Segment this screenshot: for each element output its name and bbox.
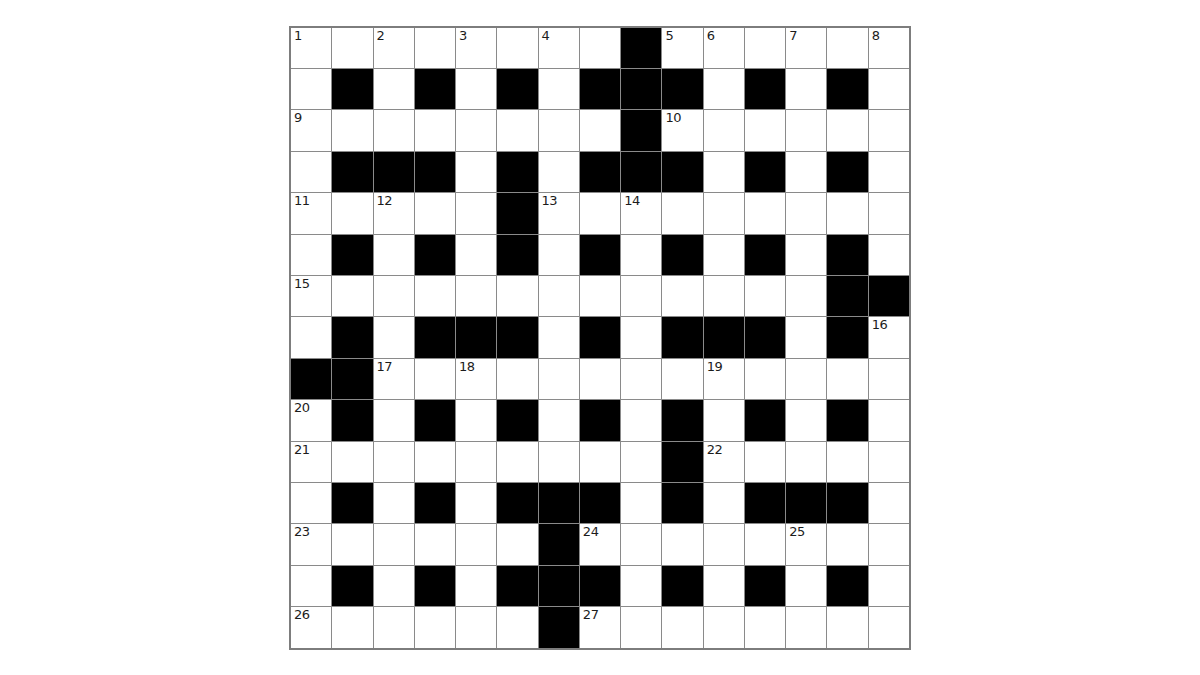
white-cell-r12c11[interactable] xyxy=(704,483,744,523)
black-cell-r2c9 xyxy=(621,69,661,109)
black-cell-r2c2 xyxy=(332,69,372,109)
clue-number-19: 19 xyxy=(707,360,723,374)
black-cell-r9c2 xyxy=(332,359,372,399)
black-cell-r4c4 xyxy=(415,152,455,192)
black-cell-r6c14 xyxy=(827,235,867,275)
white-cell-r15c5[interactable] xyxy=(456,607,496,647)
white-cell-r2c3[interactable] xyxy=(374,69,414,109)
white-cell-r7c13[interactable] xyxy=(786,276,826,316)
black-cell-r2c14 xyxy=(827,69,867,109)
white-cell-r4c11[interactable] xyxy=(704,152,744,192)
white-cell-r4c13[interactable] xyxy=(786,152,826,192)
clue-number-12: 12 xyxy=(377,194,393,208)
white-cell-r2c1[interactable] xyxy=(291,69,331,109)
white-cell-r1c1[interactable]: 1 xyxy=(291,28,331,68)
white-cell-r13c13[interactable]: 25 xyxy=(786,524,826,564)
white-cell-r15c12[interactable] xyxy=(745,607,785,647)
white-cell-r12c1[interactable] xyxy=(291,483,331,523)
white-cell-r5c7[interactable]: 13 xyxy=(539,193,579,233)
black-cell-r6c6 xyxy=(497,235,537,275)
white-cell-r6c15[interactable] xyxy=(869,235,909,275)
clue-number-6: 6 xyxy=(707,29,715,43)
black-cell-r10c2 xyxy=(332,400,372,440)
black-cell-r8c14 xyxy=(827,317,867,357)
white-cell-r11c6[interactable] xyxy=(497,442,537,482)
white-cell-r15c9[interactable] xyxy=(621,607,661,647)
black-cell-r12c7 xyxy=(539,483,579,523)
black-cell-r4c9 xyxy=(621,152,661,192)
black-cell-r12c14 xyxy=(827,483,867,523)
white-cell-r6c13[interactable] xyxy=(786,235,826,275)
white-cell-r11c13[interactable] xyxy=(786,442,826,482)
white-cell-r9c6[interactable] xyxy=(497,359,537,399)
white-cell-r9c14[interactable] xyxy=(827,359,867,399)
black-cell-r2c8 xyxy=(580,69,620,109)
clue-number-15: 15 xyxy=(294,277,310,291)
black-cell-r2c4 xyxy=(415,69,455,109)
clue-number-17: 17 xyxy=(377,360,393,374)
black-cell-r10c12 xyxy=(745,400,785,440)
black-cell-r5c6 xyxy=(497,193,537,233)
white-cell-r15c4[interactable] xyxy=(415,607,455,647)
white-cell-r1c4[interactable] xyxy=(415,28,455,68)
white-cell-r15c13[interactable] xyxy=(786,607,826,647)
white-cell-r6c5[interactable] xyxy=(456,235,496,275)
black-cell-r10c10 xyxy=(662,400,702,440)
white-cell-r8c7[interactable] xyxy=(539,317,579,357)
white-cell-r5c4[interactable] xyxy=(415,193,455,233)
white-cell-r9c8[interactable] xyxy=(580,359,620,399)
clue-number-23: 23 xyxy=(294,525,310,539)
white-cell-r8c1[interactable] xyxy=(291,317,331,357)
clue-number-18: 18 xyxy=(459,360,475,374)
black-cell-r14c4 xyxy=(415,566,455,606)
black-cell-r11c10 xyxy=(662,442,702,482)
white-cell-r3c1[interactable]: 9 xyxy=(291,110,331,150)
white-cell-r10c7[interactable] xyxy=(539,400,579,440)
black-cell-r3c9 xyxy=(621,110,661,150)
clue-number-22: 22 xyxy=(707,443,723,457)
white-cell-r13c8[interactable]: 24 xyxy=(580,524,620,564)
black-cell-r15c7 xyxy=(539,607,579,647)
white-cell-r3c8[interactable] xyxy=(580,110,620,150)
white-cell-r7c5[interactable] xyxy=(456,276,496,316)
white-cell-r13c6[interactable] xyxy=(497,524,537,564)
clue-number-26: 26 xyxy=(294,608,310,622)
white-cell-r15c3[interactable] xyxy=(374,607,414,647)
white-cell-r3c11[interactable] xyxy=(704,110,744,150)
black-cell-r14c10 xyxy=(662,566,702,606)
white-cell-r3c2[interactable] xyxy=(332,110,372,150)
white-cell-r8c3[interactable] xyxy=(374,317,414,357)
white-cell-r10c13[interactable] xyxy=(786,400,826,440)
black-cell-r12c4 xyxy=(415,483,455,523)
black-cell-r12c10 xyxy=(662,483,702,523)
clue-number-27: 27 xyxy=(583,608,599,622)
black-cell-r7c14 xyxy=(827,276,867,316)
black-cell-r8c11 xyxy=(704,317,744,357)
white-cell-r5c15[interactable] xyxy=(869,193,909,233)
white-cell-r8c13[interactable] xyxy=(786,317,826,357)
black-cell-r6c10 xyxy=(662,235,702,275)
white-cell-r13c9[interactable] xyxy=(621,524,661,564)
clue-number-24: 24 xyxy=(583,525,599,539)
white-cell-r11c7[interactable] xyxy=(539,442,579,482)
clue-number-1: 1 xyxy=(294,29,302,43)
white-cell-r1c10[interactable]: 5 xyxy=(662,28,702,68)
white-cell-r12c3[interactable] xyxy=(374,483,414,523)
black-cell-r13c7 xyxy=(539,524,579,564)
black-cell-r8c2 xyxy=(332,317,372,357)
white-cell-r11c1[interactable]: 21 xyxy=(291,442,331,482)
white-cell-r5c3[interactable]: 12 xyxy=(374,193,414,233)
white-cell-r3c4[interactable] xyxy=(415,110,455,150)
black-cell-r4c2 xyxy=(332,152,372,192)
white-cell-r1c14[interactable] xyxy=(827,28,867,68)
black-cell-r6c2 xyxy=(332,235,372,275)
white-cell-r9c9[interactable] xyxy=(621,359,661,399)
white-cell-r2c15[interactable] xyxy=(869,69,909,109)
white-cell-r4c7[interactable] xyxy=(539,152,579,192)
white-cell-r3c10[interactable]: 10 xyxy=(662,110,702,150)
white-cell-r11c2[interactable] xyxy=(332,442,372,482)
white-cell-r2c11[interactable] xyxy=(704,69,744,109)
black-cell-r14c6 xyxy=(497,566,537,606)
clue-number-16: 16 xyxy=(872,318,888,332)
white-cell-r1c3[interactable]: 2 xyxy=(374,28,414,68)
white-cell-r12c5[interactable] xyxy=(456,483,496,523)
white-cell-r5c9[interactable]: 14 xyxy=(621,193,661,233)
white-cell-r1c12[interactable] xyxy=(745,28,785,68)
white-cell-r15c15[interactable] xyxy=(869,607,909,647)
white-cell-r1c2[interactable] xyxy=(332,28,372,68)
white-cell-r11c4[interactable] xyxy=(415,442,455,482)
black-cell-r2c10 xyxy=(662,69,702,109)
white-cell-r3c3[interactable] xyxy=(374,110,414,150)
clue-number-10: 10 xyxy=(665,111,681,125)
white-cell-r2c5[interactable] xyxy=(456,69,496,109)
white-cell-r7c10[interactable] xyxy=(662,276,702,316)
white-cell-r14c1[interactable] xyxy=(291,566,331,606)
white-cell-r11c3[interactable] xyxy=(374,442,414,482)
clue-number-2: 2 xyxy=(377,29,385,43)
white-cell-r11c12[interactable] xyxy=(745,442,785,482)
black-cell-r14c8 xyxy=(580,566,620,606)
white-cell-r6c1[interactable] xyxy=(291,235,331,275)
white-cell-r13c12[interactable] xyxy=(745,524,785,564)
clue-number-3: 3 xyxy=(459,29,467,43)
white-cell-r13c4[interactable] xyxy=(415,524,455,564)
black-cell-r7c15 xyxy=(869,276,909,316)
white-cell-r8c15[interactable]: 16 xyxy=(869,317,909,357)
black-cell-r2c12 xyxy=(745,69,785,109)
white-cell-r15c6[interactable] xyxy=(497,607,537,647)
white-cell-r7c2[interactable] xyxy=(332,276,372,316)
white-cell-r7c1[interactable]: 15 xyxy=(291,276,331,316)
white-cell-r3c12[interactable] xyxy=(745,110,785,150)
clue-number-13: 13 xyxy=(542,194,558,208)
white-cell-r1c8[interactable] xyxy=(580,28,620,68)
white-cell-r1c5[interactable]: 3 xyxy=(456,28,496,68)
clue-number-4: 4 xyxy=(542,29,550,43)
white-cell-r13c14[interactable] xyxy=(827,524,867,564)
white-cell-r5c2[interactable] xyxy=(332,193,372,233)
black-cell-r10c4 xyxy=(415,400,455,440)
white-cell-r6c3[interactable] xyxy=(374,235,414,275)
white-cell-r4c1[interactable] xyxy=(291,152,331,192)
crossword-board: 1234567891011121314151617181920212223242… xyxy=(289,26,911,650)
black-cell-r4c6 xyxy=(497,152,537,192)
black-cell-r12c12 xyxy=(745,483,785,523)
white-cell-r3c7[interactable] xyxy=(539,110,579,150)
white-cell-r2c7[interactable] xyxy=(539,69,579,109)
white-cell-r5c12[interactable] xyxy=(745,193,785,233)
white-cell-r10c11[interactable] xyxy=(704,400,744,440)
white-cell-r9c13[interactable] xyxy=(786,359,826,399)
black-cell-r4c3 xyxy=(374,152,414,192)
white-cell-r11c14[interactable] xyxy=(827,442,867,482)
white-cell-r7c9[interactable] xyxy=(621,276,661,316)
clue-number-8: 8 xyxy=(872,29,880,43)
black-cell-r12c8 xyxy=(580,483,620,523)
black-cell-r8c4 xyxy=(415,317,455,357)
black-cell-r2c6 xyxy=(497,69,537,109)
white-cell-r7c4[interactable] xyxy=(415,276,455,316)
white-cell-r14c3[interactable] xyxy=(374,566,414,606)
black-cell-r6c12 xyxy=(745,235,785,275)
black-cell-r1c9 xyxy=(621,28,661,68)
clue-number-14: 14 xyxy=(624,194,640,208)
white-cell-r15c10[interactable] xyxy=(662,607,702,647)
black-cell-r14c14 xyxy=(827,566,867,606)
white-cell-r15c2[interactable] xyxy=(332,607,372,647)
white-cell-r9c15[interactable] xyxy=(869,359,909,399)
clue-number-20: 20 xyxy=(294,401,310,415)
black-cell-r8c12 xyxy=(745,317,785,357)
white-cell-r15c8[interactable]: 27 xyxy=(580,607,620,647)
black-cell-r4c12 xyxy=(745,152,785,192)
white-cell-r6c11[interactable] xyxy=(704,235,744,275)
white-cell-r3c14[interactable] xyxy=(827,110,867,150)
page: 1234567891011121314151617181920212223242… xyxy=(0,0,1200,675)
black-cell-r6c4 xyxy=(415,235,455,275)
white-cell-r13c2[interactable] xyxy=(332,524,372,564)
white-cell-r9c10[interactable] xyxy=(662,359,702,399)
white-cell-r9c11[interactable]: 19 xyxy=(704,359,744,399)
white-cell-r10c1[interactable]: 20 xyxy=(291,400,331,440)
clue-number-25: 25 xyxy=(789,525,805,539)
white-cell-r8c9[interactable] xyxy=(621,317,661,357)
white-cell-r7c11[interactable] xyxy=(704,276,744,316)
white-cell-r7c6[interactable] xyxy=(497,276,537,316)
white-cell-r14c11[interactable] xyxy=(704,566,744,606)
white-cell-r1c15[interactable]: 8 xyxy=(869,28,909,68)
white-cell-r14c15[interactable] xyxy=(869,566,909,606)
black-cell-r4c8 xyxy=(580,152,620,192)
black-cell-r12c13 xyxy=(786,483,826,523)
white-cell-r5c5[interactable] xyxy=(456,193,496,233)
black-cell-r14c2 xyxy=(332,566,372,606)
white-cell-r2c13[interactable] xyxy=(786,69,826,109)
white-cell-r9c12[interactable] xyxy=(745,359,785,399)
white-cell-r10c9[interactable] xyxy=(621,400,661,440)
white-cell-r14c5[interactable] xyxy=(456,566,496,606)
black-cell-r9c1 xyxy=(291,359,331,399)
white-cell-r10c3[interactable] xyxy=(374,400,414,440)
white-cell-r3c5[interactable] xyxy=(456,110,496,150)
white-cell-r1c6[interactable] xyxy=(497,28,537,68)
black-cell-r14c12 xyxy=(745,566,785,606)
white-cell-r3c15[interactable] xyxy=(869,110,909,150)
black-cell-r12c2 xyxy=(332,483,372,523)
clue-number-21: 21 xyxy=(294,443,310,457)
white-cell-r13c1[interactable]: 23 xyxy=(291,524,331,564)
white-cell-r7c12[interactable] xyxy=(745,276,785,316)
white-cell-r5c11[interactable] xyxy=(704,193,744,233)
white-cell-r5c14[interactable] xyxy=(827,193,867,233)
black-cell-r8c10 xyxy=(662,317,702,357)
white-cell-r15c14[interactable] xyxy=(827,607,867,647)
white-cell-r1c7[interactable]: 4 xyxy=(539,28,579,68)
white-cell-r11c8[interactable] xyxy=(580,442,620,482)
white-cell-r7c8[interactable] xyxy=(580,276,620,316)
black-cell-r10c14 xyxy=(827,400,867,440)
white-cell-r7c3[interactable] xyxy=(374,276,414,316)
black-cell-r8c6 xyxy=(497,317,537,357)
white-cell-r6c9[interactable] xyxy=(621,235,661,275)
white-cell-r6c7[interactable] xyxy=(539,235,579,275)
white-cell-r14c9[interactable] xyxy=(621,566,661,606)
black-cell-r10c8 xyxy=(580,400,620,440)
clue-number-5: 5 xyxy=(665,29,673,43)
white-cell-r7c7[interactable] xyxy=(539,276,579,316)
white-cell-r9c7[interactable] xyxy=(539,359,579,399)
white-cell-r11c5[interactable] xyxy=(456,442,496,482)
black-cell-r4c10 xyxy=(662,152,702,192)
black-cell-r10c6 xyxy=(497,400,537,440)
white-cell-r5c1[interactable]: 11 xyxy=(291,193,331,233)
white-cell-r5c13[interactable] xyxy=(786,193,826,233)
white-cell-r13c15[interactable] xyxy=(869,524,909,564)
white-cell-r15c11[interactable] xyxy=(704,607,744,647)
black-cell-r4c14 xyxy=(827,152,867,192)
white-cell-r12c9[interactable] xyxy=(621,483,661,523)
white-cell-r15c1[interactable]: 26 xyxy=(291,607,331,647)
white-cell-r3c13[interactable] xyxy=(786,110,826,150)
white-cell-r4c15[interactable] xyxy=(869,152,909,192)
black-cell-r8c5 xyxy=(456,317,496,357)
clue-number-9: 9 xyxy=(294,111,302,125)
clue-number-11: 11 xyxy=(294,194,310,208)
white-cell-r11c11[interactable]: 22 xyxy=(704,442,744,482)
white-cell-r13c10[interactable] xyxy=(662,524,702,564)
white-cell-r12c15[interactable] xyxy=(869,483,909,523)
white-cell-r5c10[interactable] xyxy=(662,193,702,233)
white-cell-r11c9[interactable] xyxy=(621,442,661,482)
white-cell-r3c6[interactable] xyxy=(497,110,537,150)
white-cell-r9c5[interactable]: 18 xyxy=(456,359,496,399)
black-cell-r14c7 xyxy=(539,566,579,606)
white-cell-r10c15[interactable] xyxy=(869,400,909,440)
black-cell-r6c8 xyxy=(580,235,620,275)
white-cell-r9c3[interactable]: 17 xyxy=(374,359,414,399)
black-cell-r8c8 xyxy=(580,317,620,357)
white-cell-r1c11[interactable]: 6 xyxy=(704,28,744,68)
white-cell-r9c4[interactable] xyxy=(415,359,455,399)
black-cell-r12c6 xyxy=(497,483,537,523)
white-cell-r10c5[interactable] xyxy=(456,400,496,440)
clue-number-7: 7 xyxy=(789,29,797,43)
white-cell-r1c13[interactable]: 7 xyxy=(786,28,826,68)
white-cell-r5c8[interactable] xyxy=(580,193,620,233)
white-cell-r4c5[interactable] xyxy=(456,152,496,192)
white-cell-r13c5[interactable] xyxy=(456,524,496,564)
white-cell-r11c15[interactable] xyxy=(869,442,909,482)
white-cell-r14c13[interactable] xyxy=(786,566,826,606)
white-cell-r13c3[interactable] xyxy=(374,524,414,564)
white-cell-r13c11[interactable] xyxy=(704,524,744,564)
